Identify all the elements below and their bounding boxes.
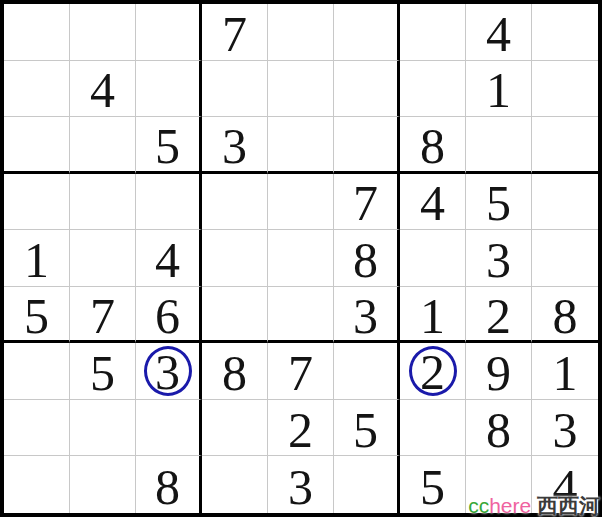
watermark-site: 西西河: [537, 494, 600, 517]
cell-r8c8: 8: [466, 400, 532, 457]
cell-r4c1: [4, 174, 70, 231]
given-digit: 1: [24, 235, 49, 285]
cell-r8c3: [136, 400, 202, 457]
given-digit: 4: [420, 178, 445, 228]
cell-r9c6: [334, 456, 400, 513]
cell-r3c4: 3: [202, 117, 268, 174]
cell-r9c2: [70, 456, 136, 513]
cell-r7c7: 2: [400, 343, 466, 400]
cell-r5c7: [400, 230, 466, 287]
cell-r2c7: [400, 61, 466, 118]
given-digit: 5: [24, 291, 49, 341]
cell-r8c7: [400, 400, 466, 457]
given-digit: 3: [353, 291, 378, 341]
cell-r9c1: [4, 456, 70, 513]
cell-r1c6: [334, 4, 400, 61]
given-digit: 3: [553, 405, 578, 455]
cell-r3c7: 8: [400, 117, 466, 174]
cell-r7c3: 3: [136, 343, 202, 400]
cell-r7c6: [334, 343, 400, 400]
cell-r6c6: 3: [334, 287, 400, 344]
cell-r6c3: 6: [136, 287, 202, 344]
cell-r3c8: [466, 117, 532, 174]
cell-r1c4: 7: [202, 4, 268, 61]
given-digit: 6: [155, 291, 180, 341]
cell-r8c6: 5: [334, 400, 400, 457]
cell-r7c9: 1: [532, 343, 598, 400]
cell-r2c6: [334, 61, 400, 118]
cell-r1c8: 4: [466, 4, 532, 61]
given-digit: 5: [486, 178, 511, 228]
cell-r3c3: 5: [136, 117, 202, 174]
cell-r5c4: [202, 230, 268, 287]
cell-r6c8: 2: [466, 287, 532, 344]
cell-r2c9: [532, 61, 598, 118]
cell-r2c4: [202, 61, 268, 118]
given-digit: 3: [222, 121, 247, 171]
cell-r1c5: [268, 4, 334, 61]
given-digit: 8: [486, 405, 511, 455]
cell-r6c9: 8: [532, 287, 598, 344]
cell-r6c4: [202, 287, 268, 344]
given-digit: 8: [155, 462, 180, 512]
given-digit: 5: [155, 121, 180, 171]
given-digit: 1: [553, 348, 578, 398]
given-digit: 9: [486, 348, 511, 398]
given-digit: 4: [486, 9, 511, 59]
given-digit: 5: [420, 462, 445, 512]
cell-r9c3: 8: [136, 456, 202, 513]
cell-r3c5: [268, 117, 334, 174]
given-digit: 1: [486, 65, 511, 115]
cell-r4c6: 7: [334, 174, 400, 231]
cell-r9c7: 5: [400, 456, 466, 513]
given-digit: 7: [90, 291, 115, 341]
cell-r3c1: [4, 117, 70, 174]
cell-r4c7: 4: [400, 174, 466, 231]
cell-r7c2: 5: [70, 343, 136, 400]
given-digit: 5: [90, 348, 115, 398]
given-digit: 4: [155, 235, 180, 285]
cell-r4c8: 5: [466, 174, 532, 231]
cell-r2c3: [136, 61, 202, 118]
cell-r5c6: 8: [334, 230, 400, 287]
cell-r5c8: 3: [466, 230, 532, 287]
cell-r7c1: [4, 343, 70, 400]
watermark-cc: cc: [468, 494, 489, 517]
cell-r6c5: [268, 287, 334, 344]
cell-r4c9: [532, 174, 598, 231]
sudoku-screenshot: 744153874514835763128538729125838354 cch…: [0, 0, 602, 517]
given-digit: 8: [420, 121, 445, 171]
cell-r8c1: [4, 400, 70, 457]
cell-r1c7: [400, 4, 466, 61]
sudoku-board: 744153874514835763128538729125838354: [0, 0, 602, 517]
given-digit: 5: [353, 405, 378, 455]
watermark-here: here: [489, 494, 531, 517]
cell-r5c2: [70, 230, 136, 287]
cell-r6c1: 5: [4, 287, 70, 344]
cell-r4c4: [202, 174, 268, 231]
cell-r3c6: [334, 117, 400, 174]
cell-r8c5: 2: [268, 400, 334, 457]
cell-r6c7: 1: [400, 287, 466, 344]
cell-r9c5: 3: [268, 456, 334, 513]
cell-r2c2: 4: [70, 61, 136, 118]
cell-r8c2: [70, 400, 136, 457]
cell-r3c2: [70, 117, 136, 174]
cell-r3c9: [532, 117, 598, 174]
cell-r6c2: 7: [70, 287, 136, 344]
given-digit: 8: [222, 348, 247, 398]
given-digit: 2: [288, 405, 313, 455]
cell-r5c5: [268, 230, 334, 287]
cell-r5c1: 1: [4, 230, 70, 287]
cell-r7c8: 9: [466, 343, 532, 400]
cell-r1c1: [4, 4, 70, 61]
cell-r4c5: [268, 174, 334, 231]
given-digit: 7: [353, 178, 378, 228]
watermark: cchere 西西河: [468, 495, 600, 516]
circled-given-digit: 2: [420, 347, 445, 397]
highlight-circle: 2: [409, 346, 457, 396]
cell-r8c4: [202, 400, 268, 457]
given-digit: 4: [90, 65, 115, 115]
cell-r5c3: 4: [136, 230, 202, 287]
cell-r5c9: [532, 230, 598, 287]
cell-r2c5: [268, 61, 334, 118]
cell-r1c2: [70, 4, 136, 61]
cell-r7c4: 8: [202, 343, 268, 400]
given-digit: 1: [420, 291, 445, 341]
cell-r1c3: [136, 4, 202, 61]
cell-r7c5: 7: [268, 343, 334, 400]
cell-r4c2: [70, 174, 136, 231]
cell-r2c8: 1: [466, 61, 532, 118]
given-digit: 3: [486, 235, 511, 285]
cell-r4c3: [136, 174, 202, 231]
cell-r1c9: [532, 4, 598, 61]
given-digit: 8: [353, 235, 378, 285]
given-digit: 7: [288, 348, 313, 398]
circled-given-digit: 3: [155, 347, 180, 397]
given-digit: 3: [288, 462, 313, 512]
cell-r9c4: [202, 456, 268, 513]
cell-r2c1: [4, 61, 70, 118]
given-digit: 2: [486, 291, 511, 341]
highlight-circle: 3: [144, 346, 192, 396]
given-digit: 7: [222, 9, 247, 59]
given-digit: 8: [553, 291, 578, 341]
cell-r8c9: 3: [532, 400, 598, 457]
